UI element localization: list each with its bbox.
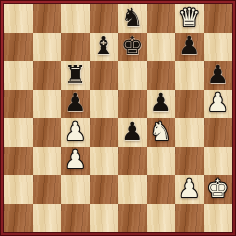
square-b6[interactable]	[33, 61, 62, 90]
square-h2[interactable]: ♚	[204, 175, 233, 204]
square-h5[interactable]: ♟	[204, 90, 233, 119]
piece-black-pawn[interactable]: ♟	[178, 33, 200, 58]
square-c3[interactable]: ♟	[61, 147, 90, 176]
square-b4[interactable]	[33, 118, 62, 147]
square-f5[interactable]: ♟	[147, 90, 176, 119]
square-a5[interactable]	[4, 90, 33, 119]
square-a1[interactable]	[4, 204, 33, 233]
square-c8[interactable]	[61, 4, 90, 33]
square-d3[interactable]	[90, 147, 119, 176]
square-h3[interactable]	[204, 147, 233, 176]
chess-board-frame: ♞♛♝♚♟♜♟♟♟♟♟♟♞♟♟♚	[0, 0, 236, 236]
square-f7[interactable]	[147, 33, 176, 62]
square-c5[interactable]: ♟	[61, 90, 90, 119]
piece-white-pawn[interactable]: ♟	[64, 119, 86, 144]
square-a4[interactable]	[4, 118, 33, 147]
square-b1[interactable]	[33, 204, 62, 233]
piece-black-pawn[interactable]: ♟	[207, 62, 229, 87]
square-d8[interactable]	[90, 4, 119, 33]
square-h6[interactable]: ♟	[204, 61, 233, 90]
square-e1[interactable]	[118, 204, 147, 233]
square-h8[interactable]	[204, 4, 233, 33]
square-c6[interactable]: ♜	[61, 61, 90, 90]
square-c7[interactable]	[61, 33, 90, 62]
square-d4[interactable]	[90, 118, 119, 147]
square-c2[interactable]	[61, 175, 90, 204]
square-e8[interactable]: ♞	[118, 4, 147, 33]
square-e3[interactable]	[118, 147, 147, 176]
square-g3[interactable]	[175, 147, 204, 176]
square-f3[interactable]	[147, 147, 176, 176]
square-f6[interactable]	[147, 61, 176, 90]
piece-black-pawn[interactable]: ♟	[64, 90, 86, 115]
square-e4[interactable]: ♟	[118, 118, 147, 147]
piece-black-pawn[interactable]: ♟	[150, 90, 172, 115]
piece-black-rook[interactable]: ♜	[64, 62, 86, 87]
square-c1[interactable]	[61, 204, 90, 233]
piece-black-knight[interactable]: ♞	[121, 5, 143, 30]
square-c4[interactable]: ♟	[61, 118, 90, 147]
piece-white-pawn[interactable]: ♟	[178, 176, 200, 201]
square-g7[interactable]: ♟	[175, 33, 204, 62]
square-b7[interactable]	[33, 33, 62, 62]
square-d2[interactable]	[90, 175, 119, 204]
square-e2[interactable]	[118, 175, 147, 204]
square-b2[interactable]	[33, 175, 62, 204]
square-a7[interactable]	[4, 33, 33, 62]
square-a6[interactable]	[4, 61, 33, 90]
chess-board: ♞♛♝♚♟♜♟♟♟♟♟♟♞♟♟♚	[4, 4, 232, 232]
square-d5[interactable]	[90, 90, 119, 119]
piece-white-pawn[interactable]: ♟	[207, 90, 229, 115]
square-b3[interactable]	[33, 147, 62, 176]
square-d1[interactable]	[90, 204, 119, 233]
square-b5[interactable]	[33, 90, 62, 119]
square-g8[interactable]: ♛	[175, 4, 204, 33]
square-g1[interactable]	[175, 204, 204, 233]
square-f8[interactable]	[147, 4, 176, 33]
square-g2[interactable]: ♟	[175, 175, 204, 204]
square-a2[interactable]	[4, 175, 33, 204]
square-e6[interactable]	[118, 61, 147, 90]
square-a8[interactable]	[4, 4, 33, 33]
square-e7[interactable]: ♚	[118, 33, 147, 62]
square-h1[interactable]	[204, 204, 233, 233]
square-g4[interactable]	[175, 118, 204, 147]
square-h4[interactable]	[204, 118, 233, 147]
square-f1[interactable]	[147, 204, 176, 233]
piece-white-king[interactable]: ♚	[207, 176, 229, 201]
square-f4[interactable]: ♞	[147, 118, 176, 147]
piece-black-pawn[interactable]: ♟	[121, 119, 143, 144]
square-f2[interactable]	[147, 175, 176, 204]
square-h7[interactable]	[204, 33, 233, 62]
piece-white-pawn[interactable]: ♟	[64, 147, 86, 172]
piece-white-queen[interactable]: ♛	[178, 5, 200, 30]
square-d7[interactable]: ♝	[90, 33, 119, 62]
square-b8[interactable]	[33, 4, 62, 33]
piece-black-bishop[interactable]: ♝	[93, 33, 115, 58]
square-d6[interactable]	[90, 61, 119, 90]
piece-black-king[interactable]: ♚	[121, 33, 143, 58]
square-e5[interactable]	[118, 90, 147, 119]
square-a3[interactable]	[4, 147, 33, 176]
square-g5[interactable]	[175, 90, 204, 119]
piece-white-knight[interactable]: ♞	[150, 119, 172, 144]
square-g6[interactable]	[175, 61, 204, 90]
